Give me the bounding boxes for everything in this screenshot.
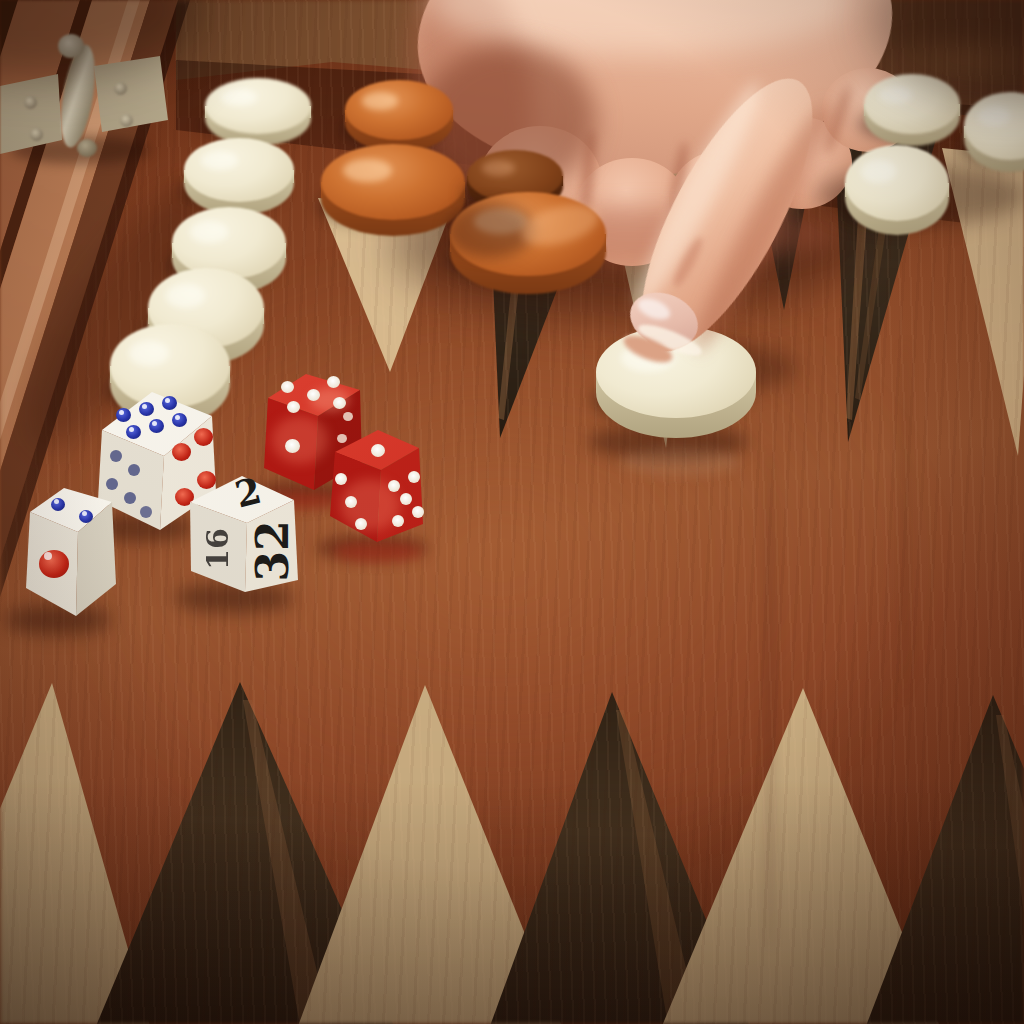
backgammon-photo-scene: 21632 <box>0 0 1024 1024</box>
vignette-bottom <box>0 0 1024 1024</box>
